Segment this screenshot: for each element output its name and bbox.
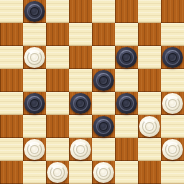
square-d5[interactable]: [69, 69, 92, 92]
square-a7[interactable]: [0, 23, 23, 46]
square-h1[interactable]: [161, 161, 184, 184]
square-e8[interactable]: [92, 0, 115, 23]
square-g5[interactable]: [138, 69, 161, 92]
black-man[interactable]: [162, 47, 183, 68]
square-a2[interactable]: [0, 138, 23, 161]
square-b8[interactable]: [23, 0, 46, 23]
white-man[interactable]: [162, 93, 183, 114]
black-man[interactable]: [93, 116, 114, 137]
square-d6[interactable]: [69, 46, 92, 69]
square-d1[interactable]: [69, 161, 92, 184]
square-h3[interactable]: [161, 115, 184, 138]
square-f6[interactable]: [115, 46, 138, 69]
black-man[interactable]: [24, 1, 45, 22]
white-man[interactable]: [24, 139, 45, 160]
white-man[interactable]: [70, 139, 91, 160]
square-d7[interactable]: [69, 23, 92, 46]
square-c4[interactable]: [46, 92, 69, 115]
square-g7[interactable]: [138, 23, 161, 46]
square-f4[interactable]: [115, 92, 138, 115]
square-h5[interactable]: [161, 69, 184, 92]
square-h7[interactable]: [161, 23, 184, 46]
square-f8[interactable]: [115, 0, 138, 23]
square-e1[interactable]: [92, 161, 115, 184]
square-b6[interactable]: [23, 46, 46, 69]
square-h4[interactable]: [161, 92, 184, 115]
square-b4[interactable]: [23, 92, 46, 115]
square-b1[interactable]: [23, 161, 46, 184]
black-man[interactable]: [116, 93, 137, 114]
square-f7[interactable]: [115, 23, 138, 46]
square-c1[interactable]: [46, 161, 69, 184]
square-d3[interactable]: [69, 115, 92, 138]
square-g2[interactable]: [138, 138, 161, 161]
white-man[interactable]: [93, 162, 114, 183]
black-man[interactable]: [116, 47, 137, 68]
square-d2[interactable]: [69, 138, 92, 161]
square-g4[interactable]: [138, 92, 161, 115]
square-h6[interactable]: [161, 46, 184, 69]
white-man[interactable]: [24, 47, 45, 68]
square-b3[interactable]: [23, 115, 46, 138]
square-a1[interactable]: [0, 161, 23, 184]
square-h2[interactable]: [161, 138, 184, 161]
square-c3[interactable]: [46, 115, 69, 138]
square-g1[interactable]: [138, 161, 161, 184]
white-man[interactable]: [139, 116, 160, 137]
square-b2[interactable]: [23, 138, 46, 161]
square-h8[interactable]: [161, 0, 184, 23]
square-c8[interactable]: [46, 0, 69, 23]
square-e3[interactable]: [92, 115, 115, 138]
square-a4[interactable]: [0, 92, 23, 115]
black-man[interactable]: [93, 70, 114, 91]
square-a5[interactable]: [0, 69, 23, 92]
square-d8[interactable]: [69, 0, 92, 23]
square-a6[interactable]: [0, 46, 23, 69]
square-b7[interactable]: [23, 23, 46, 46]
square-c5[interactable]: [46, 69, 69, 92]
black-man[interactable]: [24, 93, 45, 114]
square-e4[interactable]: [92, 92, 115, 115]
square-e5[interactable]: [92, 69, 115, 92]
square-d4[interactable]: [69, 92, 92, 115]
square-f3[interactable]: [115, 115, 138, 138]
square-b5[interactable]: [23, 69, 46, 92]
square-f5[interactable]: [115, 69, 138, 92]
square-e7[interactable]: [92, 23, 115, 46]
square-g8[interactable]: [138, 0, 161, 23]
square-f1[interactable]: [115, 161, 138, 184]
square-g3[interactable]: [138, 115, 161, 138]
square-c2[interactable]: [46, 138, 69, 161]
square-g6[interactable]: [138, 46, 161, 69]
checkers-board: [0, 0, 184, 184]
black-man[interactable]: [70, 93, 91, 114]
white-man[interactable]: [162, 139, 183, 160]
square-e6[interactable]: [92, 46, 115, 69]
square-c6[interactable]: [46, 46, 69, 69]
white-man[interactable]: [47, 162, 68, 183]
square-f2[interactable]: [115, 138, 138, 161]
square-c7[interactable]: [46, 23, 69, 46]
square-a8[interactable]: [0, 0, 23, 23]
square-e2[interactable]: [92, 138, 115, 161]
square-a3[interactable]: [0, 115, 23, 138]
